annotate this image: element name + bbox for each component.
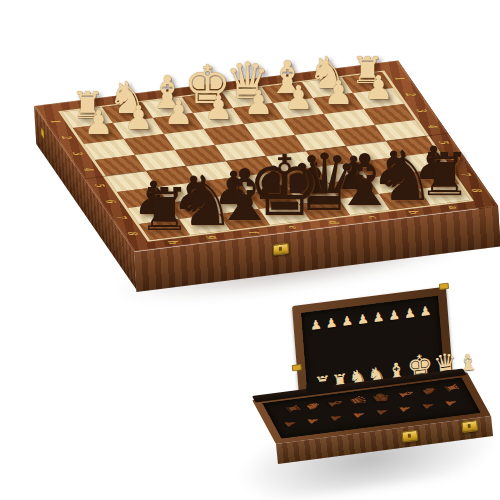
open-box-inset: ♟♟♟♟♟♟♟♟ ♜♜♞♞♝♚♛♝ ♜♞♝♛♚♝♞♜ ♟♟♟♟♟♟♟♟ <box>238 296 500 500</box>
rank-label-right: 5 <box>434 138 452 145</box>
stored-light-pawn: ♟ <box>341 314 354 328</box>
brass-hinge-icon <box>439 283 449 291</box>
rank-label-right: 3 <box>412 106 430 113</box>
stored-dark-pawn: ♟ <box>374 407 392 416</box>
rank-label-left: 3 <box>68 149 86 156</box>
rank-label-left: 5 <box>90 181 108 188</box>
brass-clasp-icon <box>401 430 418 443</box>
stored-dark-pawn: ♟ <box>443 398 461 407</box>
stored-dark-pawn: ♟ <box>305 416 323 425</box>
stored-dark-pawn: ♟ <box>328 413 346 422</box>
stored-dark-bishop: ♝ <box>321 397 347 410</box>
rank-label-left: 7 <box>112 213 130 220</box>
file-label: h <box>164 238 182 245</box>
rank-label-right: 2 <box>401 90 419 97</box>
stored-light-pawn: ♟ <box>419 304 432 318</box>
stored-light-pawn: ♟ <box>388 308 401 322</box>
stored-light-pawn: ♟ <box>372 310 385 324</box>
stored-dark-pawn: ♟ <box>420 401 438 410</box>
file-label: c <box>364 213 382 220</box>
rank-label-right: 1 <box>390 74 408 81</box>
rank-label-left: 6 <box>101 197 119 204</box>
stored-light-pawn: ♟ <box>325 316 338 330</box>
stored-dark-pawn: ♟ <box>282 419 300 428</box>
stored-dark-pawn: ♟ <box>397 404 415 413</box>
product-photo: 1122334455667788hgfedcba ♜♞♝♚♛♝♞♜♟♟♟♟♟♟♟… <box>0 0 500 500</box>
stored-light-pawn: ♟ <box>403 306 416 320</box>
file-label: g <box>204 233 222 240</box>
rank-label-left: 4 <box>79 165 97 172</box>
felt-strap <box>306 380 332 395</box>
brass-clasp-icon <box>273 242 290 255</box>
file-label: f <box>244 228 262 235</box>
rank-label-left: 8 <box>123 229 141 236</box>
stored-light-pawn: ♟ <box>309 318 322 332</box>
rank-label-right: 6 <box>445 154 463 161</box>
file-label: d <box>324 218 342 225</box>
file-label: b <box>404 208 422 215</box>
rank-label-right: 8 <box>467 186 485 193</box>
brass-hinge-icon <box>41 127 45 139</box>
rank-label-left: 2 <box>57 133 75 140</box>
rank-label-right: 7 <box>456 170 474 177</box>
stored-dark-pawn: ♟ <box>351 410 369 419</box>
brass-hinge-icon <box>292 364 302 372</box>
lid-stored-pawns-row: ♟♟♟♟♟♟♟♟ <box>309 304 432 332</box>
brass-clasp-icon <box>461 419 478 432</box>
stored-light-pawn: ♟ <box>356 312 369 326</box>
file-label: a <box>444 203 462 210</box>
file-label: e <box>284 223 302 230</box>
rank-label-right: 4 <box>423 122 441 129</box>
rank-label-left: 1 <box>46 117 64 124</box>
